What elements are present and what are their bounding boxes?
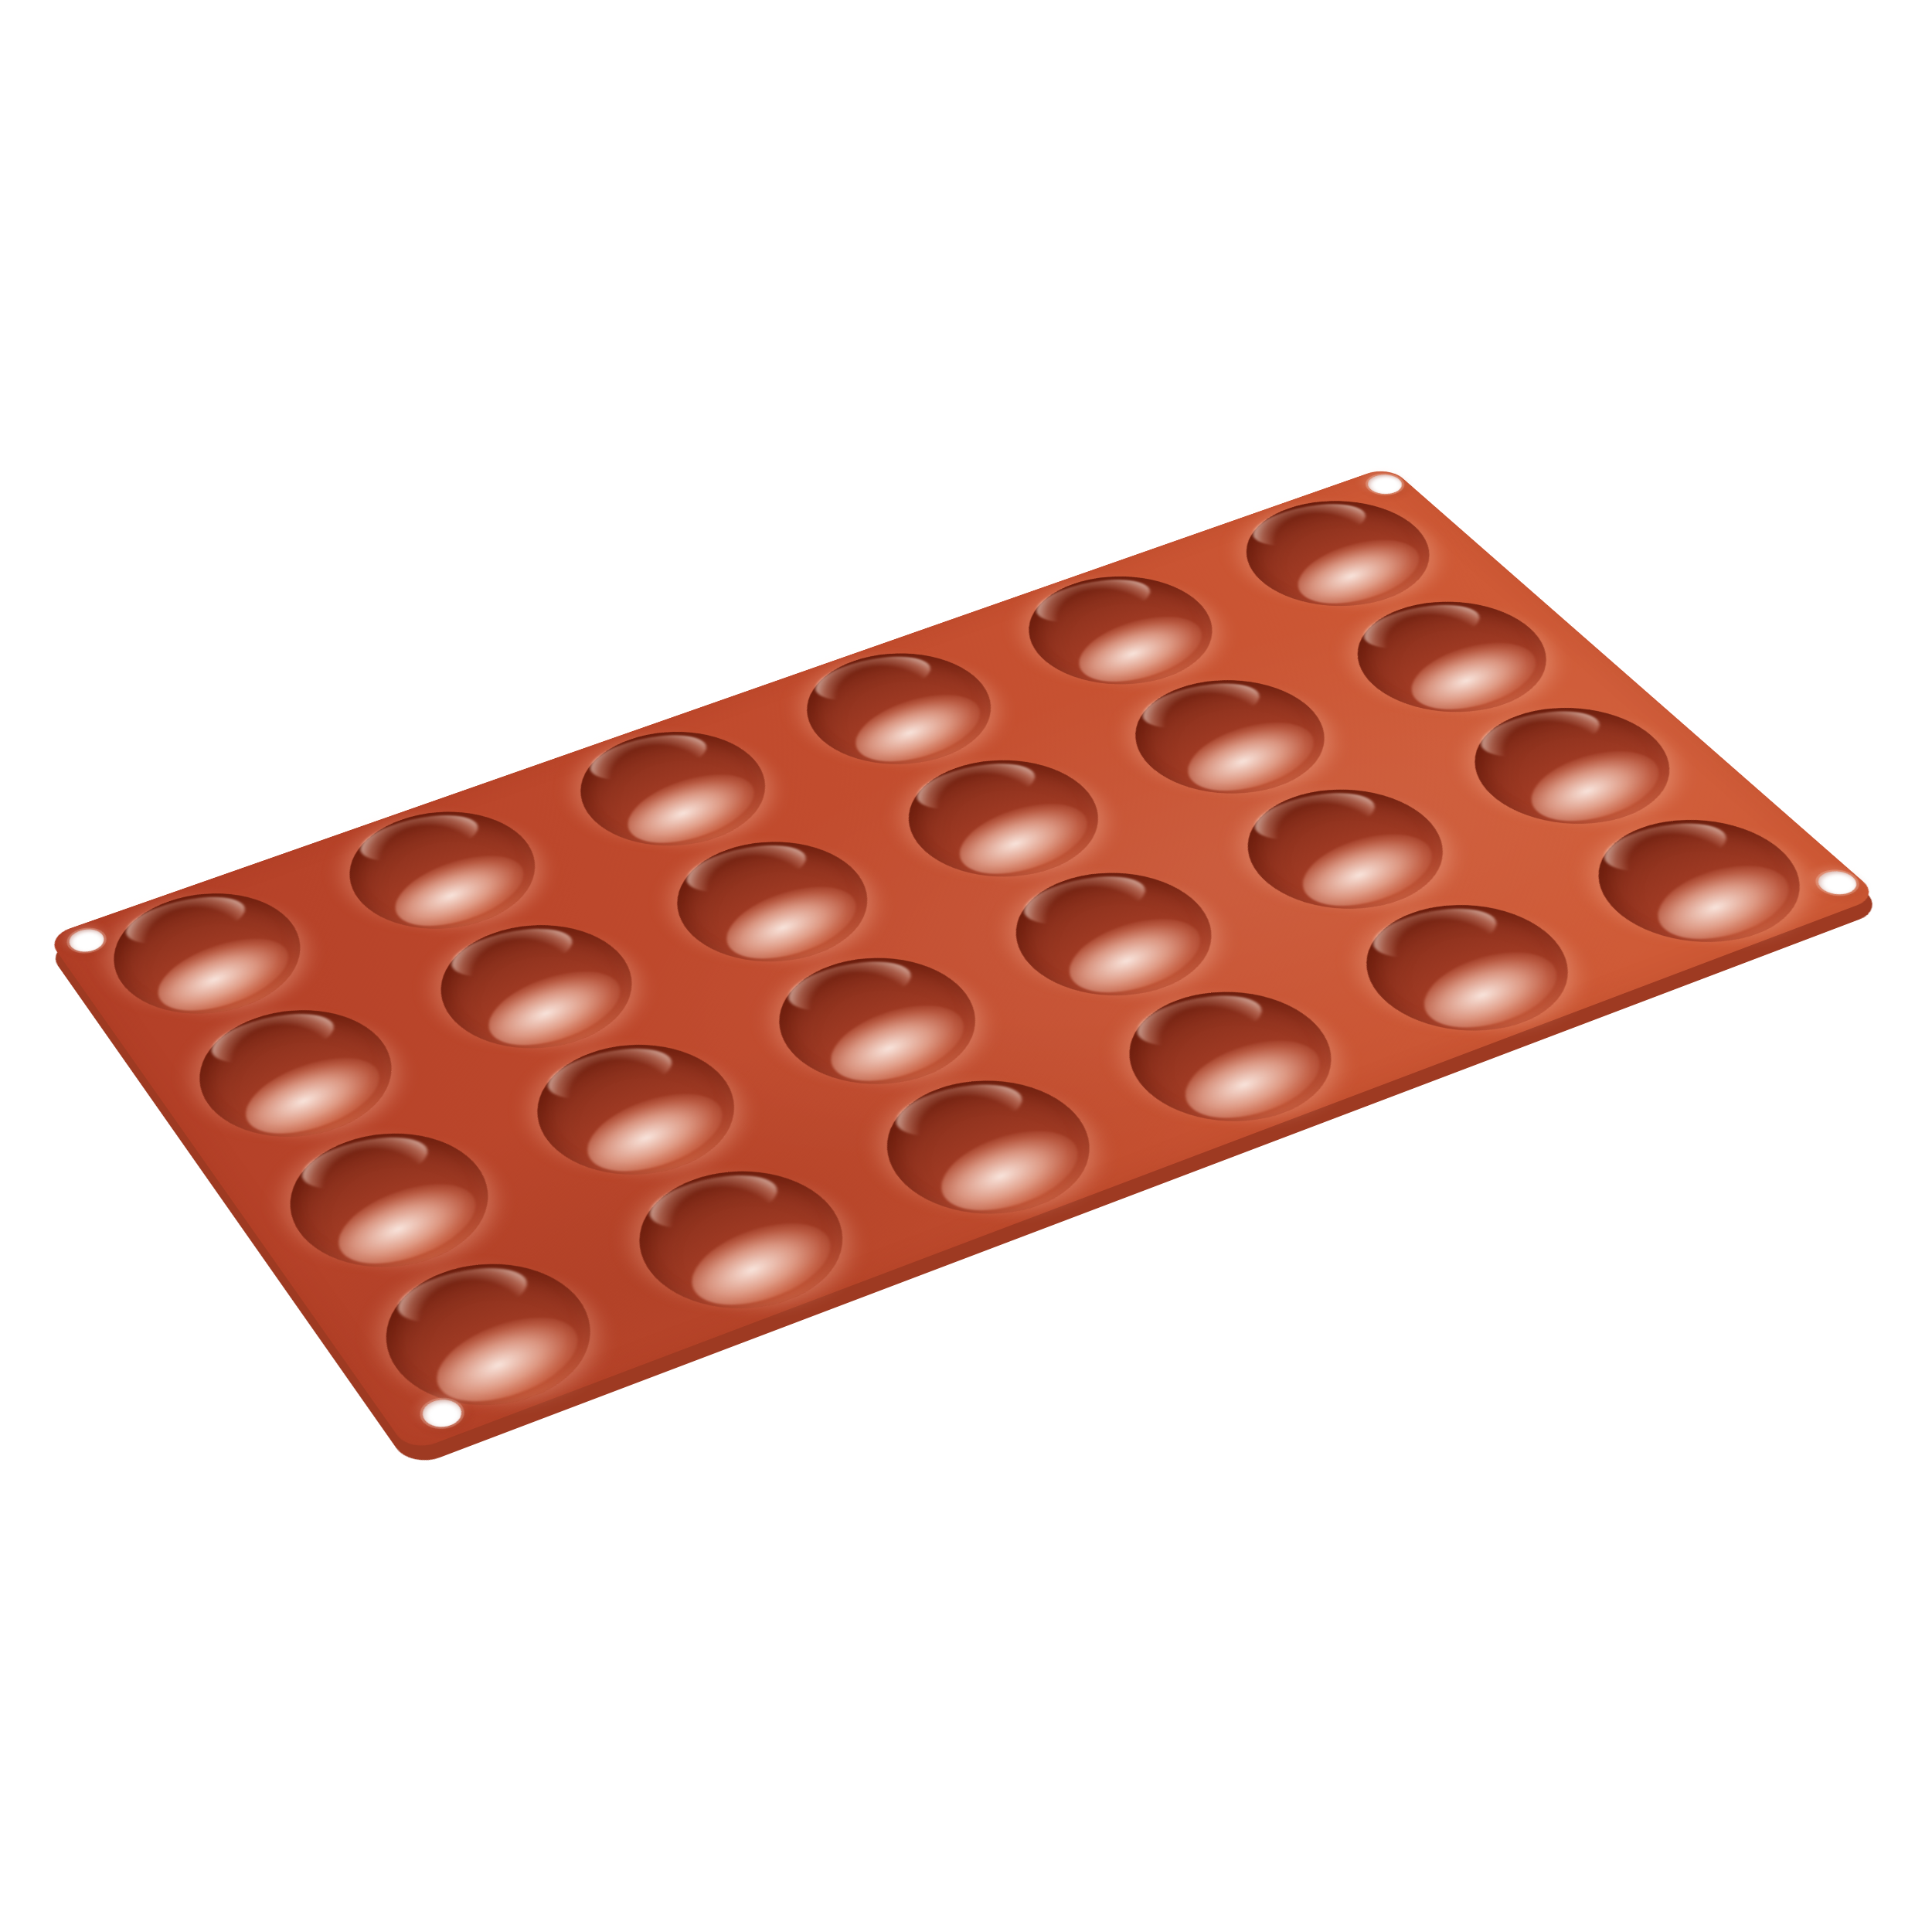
corner-hole: [1811, 867, 1864, 899]
silicone-mould: [46, 466, 1880, 1453]
mould-surface: [46, 466, 1880, 1453]
product-photo: [0, 0, 1932, 1932]
corner-hole: [1362, 471, 1408, 498]
corner-hole: [64, 925, 110, 955]
